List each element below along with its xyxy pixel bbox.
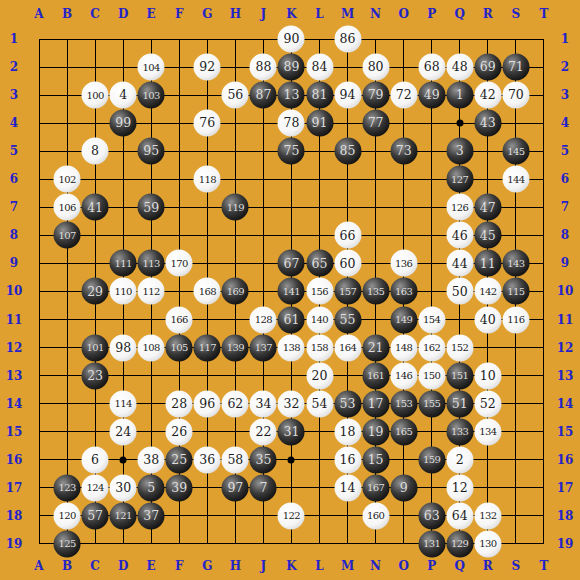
stone-black-45-R8[interactable]: 45 [474,222,501,249]
stone-black-125-B19[interactable]: 125 [54,530,81,557]
stone-black-169-H10[interactable]: 169 [222,278,249,305]
column-label-top-E: E [147,8,156,20]
stone-black-23-C13[interactable]: 23 [82,362,109,389]
stone-black-101-C12[interactable]: 101 [82,334,109,361]
column-label-top-D: D [118,8,128,20]
column-label-top-O: O [398,8,408,20]
stone-white-6-C16[interactable]: 6 [82,446,109,473]
stone-black-95-E5[interactable]: 95 [138,138,165,165]
row-label-right-8: 8 [561,229,569,241]
row-label-left-19: 19 [6,538,23,550]
row-label-left-6: 6 [10,173,18,185]
stone-black-35-J16[interactable]: 35 [250,446,277,473]
stone-white-22-J15[interactable]: 22 [250,418,277,445]
stone-white-96-G14[interactable]: 96 [194,390,221,417]
stone-white-50-Q10[interactable]: 50 [446,278,473,305]
column-label-bottom-K: K [286,560,296,572]
column-label-bottom-B: B [62,560,72,572]
column-label-bottom-C: C [90,560,100,572]
row-label-left-8: 8 [10,229,18,241]
row-label-right-17: 17 [557,482,574,494]
row-label-left-7: 7 [10,201,18,213]
stone-white-112-E10[interactable]: 112 [138,278,165,305]
stone-black-135-N10[interactable]: 135 [362,278,389,305]
stone-black-75-K5[interactable]: 75 [278,138,305,165]
column-label-top-R: R [483,8,493,20]
row-label-right-11: 11 [557,314,574,326]
stone-black-91-L4[interactable]: 91 [306,110,333,137]
stone-white-34-J14[interactable]: 34 [250,390,277,417]
stone-black-89-K2[interactable]: 89 [278,54,305,81]
stone-black-119-H7[interactable]: 119 [222,194,249,221]
column-label-bottom-F: F [175,560,184,572]
row-label-left-16: 16 [6,454,23,466]
row-label-right-7: 7 [561,201,569,213]
stone-white-128-J11[interactable]: 128 [250,306,277,333]
stone-white-94-M3[interactable]: 94 [334,82,361,109]
stone-white-168-G10[interactable]: 168 [194,278,221,305]
stone-white-72-O3[interactable]: 72 [390,82,417,109]
stone-white-126-Q7[interactable]: 126 [446,194,473,221]
stone-white-92-G2[interactable]: 92 [194,54,221,81]
stone-white-64-Q18[interactable]: 64 [446,502,473,529]
row-label-left-10: 10 [6,285,23,297]
stone-white-104-E2[interactable]: 104 [138,54,165,81]
stone-white-166-F11[interactable]: 166 [166,306,193,333]
stone-black-155-P14[interactable]: 155 [418,390,445,417]
stone-black-99-D4[interactable]: 99 [110,110,137,137]
stone-black-73-O5[interactable]: 73 [390,138,417,165]
stone-black-31-K15[interactable]: 31 [278,418,305,445]
stone-black-61-K11[interactable]: 61 [278,306,305,333]
stone-black-49-P3[interactable]: 49 [418,82,445,109]
column-label-bottom-A: A [34,560,43,572]
stone-black-161-N13[interactable]: 161 [362,362,389,389]
stone-white-60-M9[interactable]: 60 [334,250,361,277]
stone-black-159-P16[interactable]: 159 [418,446,445,473]
row-label-right-4: 4 [561,117,569,129]
stone-white-114-D14[interactable]: 114 [110,390,137,417]
stone-white-144-S6[interactable]: 144 [502,166,529,193]
stone-black-141-K10[interactable]: 141 [278,278,305,305]
stone-white-142-R10[interactable]: 142 [474,278,501,305]
column-label-top-Q: Q [455,8,465,20]
row-label-left-13: 13 [6,370,23,382]
column-label-top-S: S [512,8,521,20]
stone-black-21-N12[interactable]: 21 [362,334,389,361]
row-label-left-18: 18 [6,510,23,522]
column-label-bottom-H: H [230,560,241,572]
column-label-bottom-J: J [261,560,267,572]
column-label-bottom-E: E [147,560,156,572]
stone-white-102-B6[interactable]: 102 [54,166,81,193]
row-label-left-15: 15 [6,426,23,438]
stone-black-1-Q3[interactable]: 1 [446,82,473,109]
stone-black-43-R4[interactable]: 43 [474,110,501,137]
stone-black-29-C10[interactable]: 29 [82,278,109,305]
column-label-bottom-S: S [512,560,521,572]
stone-white-134-R15[interactable]: 134 [474,418,501,445]
column-label-top-N: N [370,8,381,20]
column-label-top-T: T [539,8,548,20]
row-label-right-10: 10 [557,285,574,297]
row-label-left-1: 1 [10,33,18,45]
stone-black-79-N3[interactable]: 79 [362,82,389,109]
row-label-left-3: 3 [10,89,18,101]
stone-white-24-D15[interactable]: 24 [110,418,137,445]
stone-white-118-G6[interactable]: 118 [194,166,221,193]
stone-black-59-E7[interactable]: 59 [138,194,165,221]
stone-black-17-N14[interactable]: 17 [362,390,389,417]
stone-black-137-J12[interactable]: 137 [250,334,277,361]
stone-black-77-N4[interactable]: 77 [362,110,389,137]
stone-white-68-P2[interactable]: 68 [418,54,445,81]
stone-black-9-O17[interactable]: 9 [390,474,417,501]
stone-white-54-L14[interactable]: 54 [306,390,333,417]
stone-white-48-Q2[interactable]: 48 [446,54,473,81]
column-label-bottom-D: D [118,560,128,572]
stone-white-150-P13[interactable]: 150 [418,362,445,389]
stone-black-105-F12[interactable]: 105 [166,334,193,361]
stone-white-162-P12[interactable]: 162 [418,334,445,361]
stone-white-136-O9[interactable]: 136 [390,250,417,277]
stone-black-71-S2[interactable]: 71 [502,54,529,81]
column-label-bottom-P: P [427,560,436,572]
stone-white-4-D3[interactable]: 4 [110,82,137,109]
stone-white-110-D10[interactable]: 110 [110,278,137,305]
stone-white-30-D17[interactable]: 30 [110,474,137,501]
stone-white-90-K1[interactable]: 90 [278,26,305,53]
stone-black-7-J17[interactable]: 7 [250,474,277,501]
stone-black-151-Q13[interactable]: 151 [446,362,473,389]
column-label-top-P: P [427,8,436,20]
stone-black-153-O14[interactable]: 153 [390,390,417,417]
stone-white-152-Q12[interactable]: 152 [446,334,473,361]
stone-black-41-C7[interactable]: 41 [82,194,109,221]
stone-black-139-H12[interactable]: 139 [222,334,249,361]
stone-white-16-M16[interactable]: 16 [334,446,361,473]
row-label-right-1: 1 [561,33,569,45]
stone-white-32-K14[interactable]: 32 [278,390,305,417]
stone-black-131-P19[interactable]: 131 [418,530,445,557]
stone-black-47-R7[interactable]: 47 [474,194,501,221]
row-label-right-13: 13 [557,370,574,382]
stone-white-10-R13[interactable]: 10 [474,362,501,389]
stone-black-81-L3[interactable]: 81 [306,82,333,109]
row-label-right-14: 14 [557,398,574,410]
stone-white-44-Q9[interactable]: 44 [446,250,473,277]
stone-black-85-M5[interactable]: 85 [334,138,361,165]
column-label-bottom-T: T [539,560,548,572]
column-label-top-L: L [315,8,323,20]
column-label-bottom-Q: Q [455,560,465,572]
stone-white-86-M1[interactable]: 86 [334,26,361,53]
stone-white-62-H14[interactable]: 62 [222,390,249,417]
star-point-D16 [120,456,127,463]
stone-white-14-M17[interactable]: 14 [334,474,361,501]
stone-white-18-M15[interactable]: 18 [334,418,361,445]
row-label-left-4: 4 [10,117,18,129]
column-label-top-F: F [175,8,184,20]
stone-white-84-L2[interactable]: 84 [306,54,333,81]
column-label-top-H: H [230,8,241,20]
stone-black-65-L9[interactable]: 65 [306,250,333,277]
stone-white-42-R3[interactable]: 42 [474,82,501,109]
stone-black-37-E18[interactable]: 37 [138,502,165,529]
stone-black-87-J3[interactable]: 87 [250,82,277,109]
stone-white-98-D12[interactable]: 98 [110,334,137,361]
stone-black-97-H17[interactable]: 97 [222,474,249,501]
row-label-right-16: 16 [557,454,574,466]
stone-black-67-K9[interactable]: 67 [278,250,305,277]
row-label-right-19: 19 [557,538,574,550]
stone-white-138-K12[interactable]: 138 [278,334,305,361]
row-label-right-6: 6 [561,173,569,185]
stone-white-164-M12[interactable]: 164 [334,334,361,361]
row-label-left-11: 11 [6,314,23,326]
column-label-bottom-M: M [341,560,354,572]
stone-white-132-R18[interactable]: 132 [474,502,501,529]
column-label-bottom-G: G [202,560,212,572]
row-label-right-2: 2 [561,61,569,73]
stone-black-129-Q19[interactable]: 129 [446,530,473,557]
stone-white-46-Q8[interactable]: 46 [446,222,473,249]
stone-black-111-D9[interactable]: 111 [110,250,137,277]
row-label-right-5: 5 [561,145,569,157]
stone-white-38-E16[interactable]: 38 [138,446,165,473]
stone-black-39-F17[interactable]: 39 [166,474,193,501]
stone-black-53-M14[interactable]: 53 [334,390,361,417]
row-label-left-5: 5 [10,145,18,157]
stone-black-143-S9[interactable]: 143 [502,250,529,277]
stone-white-66-M8[interactable]: 66 [334,222,361,249]
stone-black-11-R9[interactable]: 11 [474,250,501,277]
stone-white-108-E12[interactable]: 108 [138,334,165,361]
column-label-bottom-O: O [398,560,408,572]
row-label-left-12: 12 [6,342,23,354]
stone-black-3-Q5[interactable]: 3 [446,138,473,165]
stone-black-149-O11[interactable]: 149 [390,306,417,333]
row-label-right-15: 15 [557,426,574,438]
stone-black-63-P18[interactable]: 63 [418,502,445,529]
stone-white-170-F9[interactable]: 170 [166,250,193,277]
stone-white-124-C17[interactable]: 124 [82,474,109,501]
stone-black-55-M11[interactable]: 55 [334,306,361,333]
stone-white-80-N2[interactable]: 80 [362,54,389,81]
row-label-left-9: 9 [10,257,18,269]
stone-black-107-B8[interactable]: 107 [54,222,81,249]
stone-white-120-B18[interactable]: 120 [54,502,81,529]
row-label-left-14: 14 [6,398,23,410]
stone-black-133-Q15[interactable]: 133 [446,418,473,445]
stone-black-115-S10[interactable]: 115 [502,278,529,305]
stone-white-70-S3[interactable]: 70 [502,82,529,109]
stone-white-156-L10[interactable]: 156 [306,278,333,305]
row-label-right-9: 9 [561,257,569,269]
stone-black-69-R2[interactable]: 69 [474,54,501,81]
stone-black-103-E3[interactable]: 103 [138,82,165,109]
stone-black-57-C18[interactable]: 57 [82,502,109,529]
row-label-left-2: 2 [10,61,18,73]
stone-white-158-L12[interactable]: 158 [306,334,333,361]
stone-black-165-O15[interactable]: 165 [390,418,417,445]
stone-white-78-K4[interactable]: 78 [278,110,305,137]
stone-white-58-H16[interactable]: 58 [222,446,249,473]
stone-white-52-R14[interactable]: 52 [474,390,501,417]
stone-black-19-N15[interactable]: 19 [362,418,389,445]
stone-white-28-F14[interactable]: 28 [166,390,193,417]
stone-black-15-N16[interactable]: 15 [362,446,389,473]
column-label-top-M: M [341,8,354,20]
stone-black-121-D18[interactable]: 121 [110,502,137,529]
stone-white-100-C3[interactable]: 100 [82,82,109,109]
column-label-top-J: J [261,8,267,20]
column-label-top-K: K [286,8,296,20]
stone-white-122-K18[interactable]: 122 [278,502,305,529]
stone-black-113-E9[interactable]: 113 [138,250,165,277]
stone-black-123-B17[interactable]: 123 [54,474,81,501]
stone-white-116-S11[interactable]: 116 [502,306,529,333]
star-point-Q4 [456,120,463,127]
stone-white-26-F15[interactable]: 26 [166,418,193,445]
row-label-right-18: 18 [557,510,574,522]
star-point-K16 [288,456,295,463]
stone-white-8-C5[interactable]: 8 [82,138,109,165]
stone-black-163-O10[interactable]: 163 [390,278,417,305]
row-label-right-3: 3 [561,89,569,101]
stone-white-56-H3[interactable]: 56 [222,82,249,109]
row-label-right-12: 12 [557,342,574,354]
stone-white-76-G4[interactable]: 76 [194,110,221,137]
stone-white-160-N18[interactable]: 160 [362,502,389,529]
column-label-top-C: C [90,8,100,20]
stone-white-12-Q17[interactable]: 12 [446,474,473,501]
grid-line-vertical [543,39,544,545]
column-label-bottom-L: L [315,560,323,572]
stone-white-130-R19[interactable]: 130 [474,530,501,557]
stone-black-117-G12[interactable]: 117 [194,334,221,361]
column-label-bottom-R: R [483,560,493,572]
column-label-top-A: A [34,8,43,20]
stone-black-5-E17[interactable]: 5 [138,474,165,501]
column-label-top-B: B [62,8,72,20]
stone-white-154-P11[interactable]: 154 [418,306,445,333]
stone-white-36-G16[interactable]: 36 [194,446,221,473]
stone-white-88-J2[interactable]: 88 [250,54,277,81]
stone-black-145-S5[interactable]: 145 [502,138,529,165]
row-label-left-17: 17 [6,482,23,494]
stone-white-140-L11[interactable]: 140 [306,306,333,333]
stone-white-148-O12[interactable]: 148 [390,334,417,361]
column-label-top-G: G [202,8,212,20]
stone-black-127-Q6[interactable]: 127 [446,166,473,193]
stone-white-2-Q16[interactable]: 2 [446,446,473,473]
stone-black-167-N17[interactable]: 167 [362,474,389,501]
column-label-bottom-N: N [370,560,381,572]
stone-white-146-O13[interactable]: 146 [390,362,417,389]
stone-black-157-M10[interactable]: 157 [334,278,361,305]
stone-black-51-Q14[interactable]: 51 [446,390,473,417]
stone-black-13-K3[interactable]: 13 [278,82,305,109]
go-board[interactable]: AABBCCDDEEFFGGHHJJKKLLMMNNOOPPQQRRSSTT11… [0,0,580,580]
stone-white-106-B7[interactable]: 106 [54,194,81,221]
stone-black-25-F16[interactable]: 25 [166,446,193,473]
stone-white-40-R11[interactable]: 40 [474,306,501,333]
stone-white-20-L13[interactable]: 20 [306,362,333,389]
